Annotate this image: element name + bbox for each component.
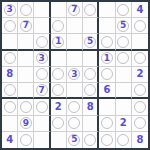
given-digit-odd: 7 [38,86,44,95]
odd-circle: 7 [20,20,32,32]
odd-circle [117,36,129,48]
given-digit-odd: 5 [120,21,126,30]
odd-circle: 7 [36,84,48,96]
given-digit-even: 4 [136,5,143,15]
odd-circle [101,36,113,48]
cell-r5c9[interactable]: 2 [132,67,148,83]
odd-circle: 1 [52,36,64,48]
odd-circle [84,134,96,146]
cell-r9c3[interactable] [34,132,50,148]
odd-circle [20,101,32,113]
odd-circle: 3 [4,4,16,16]
given-digit-even: 8 [136,135,143,145]
cell-r7c4[interactable]: 2 [51,99,67,115]
odd-circle [52,68,64,80]
odd-circle: 5 [84,36,96,48]
cell-r5c7[interactable] [99,67,115,83]
cell-r8c6[interactable] [83,116,99,132]
odd-circle [134,52,146,64]
given-digit-odd: 9 [23,119,29,128]
cell-r1c5[interactable]: 7 [67,2,83,18]
odd-circle [4,20,16,32]
cell-r7c9[interactable] [132,99,148,115]
cell-r2c5[interactable] [67,18,83,34]
cell-r3c8[interactable] [116,34,132,50]
cell-r1c4[interactable] [51,2,67,18]
cell-r4c6[interactable] [83,51,99,67]
odd-circle: 1 [101,52,113,64]
cell-r6c5[interactable] [67,83,83,99]
cell-r3c4[interactable]: 1 [51,34,67,50]
cell-r5c6[interactable] [83,67,99,83]
cell-r7c3[interactable] [34,99,50,115]
odd-circle [68,101,80,113]
given-digit-even: 8 [6,69,13,79]
cell-r5c5[interactable]: 3 [67,67,83,83]
cell-r7c6[interactable]: 8 [83,99,99,115]
cell-r4c1[interactable] [2,51,18,67]
odd-circle [68,117,80,129]
cell-r2c6[interactable] [83,18,99,34]
odd-circle [20,4,32,16]
cell-r2c3[interactable] [34,18,50,34]
cell-r8c7[interactable] [99,116,115,132]
cell-r9c6[interactable] [83,132,99,148]
odd-circle [84,84,96,96]
given-digit-odd: 7 [23,21,29,30]
cell-r9c8[interactable] [116,132,132,148]
cell-r4c8[interactable] [116,51,132,67]
cell-r5c2[interactable] [18,67,34,83]
cell-r7c7[interactable] [99,99,115,115]
cell-r6c7[interactable]: 6 [99,83,115,99]
cell-r6c1[interactable] [2,83,18,99]
cell-r9c7[interactable] [99,132,115,148]
cell-r4c9[interactable] [132,51,148,67]
cell-r7c1[interactable] [2,99,18,115]
odd-circle [52,84,64,96]
given-digit-odd: 5 [87,37,93,46]
cell-r3c7[interactable] [99,34,115,50]
given-digit-odd: 1 [55,37,61,46]
odd-circle [4,101,16,113]
given-digit-even: 8 [87,102,94,112]
cell-r2c8[interactable]: 5 [116,18,132,34]
cell-r7c5[interactable] [67,99,83,115]
cell-r2c1[interactable] [2,18,18,34]
cell-r8c5[interactable] [67,116,83,132]
odd-circle [134,84,146,96]
odd-circle: 5 [68,134,80,146]
cell-r3c9[interactable] [132,34,148,50]
cell-r9c1[interactable]: 4 [2,132,18,148]
cell-r4c2[interactable] [18,51,34,67]
odd-circle [117,52,129,64]
cell-r1c7[interactable] [99,2,115,18]
odd-circle [52,20,64,32]
cell-r8c8[interactable]: 2 [116,116,132,132]
odd-circle [84,4,96,16]
cell-r1c1[interactable]: 3 [2,2,18,18]
cell-r3c3[interactable] [34,34,50,50]
cell-r1c3[interactable] [34,2,50,18]
cell-r6c4[interactable] [51,83,67,99]
cell-r8c2[interactable]: 9 [18,116,34,132]
odd-circle: 3 [36,52,48,64]
odd-circle: 9 [20,117,32,129]
odd-circle: 3 [68,68,80,80]
cell-r5c4[interactable] [51,67,67,83]
cell-r5c3[interactable] [34,67,50,83]
odd-circle [117,134,129,146]
odd-circle [20,134,32,146]
given-digit-odd: 3 [38,54,44,63]
odd-circle: 7 [68,4,80,16]
given-digit-even: 2 [136,69,143,79]
cell-r4c5[interactable] [67,51,83,67]
cell-r6c9[interactable] [132,83,148,99]
sudoku-board: 374751531832762892458 [0,0,150,150]
cell-r6c2[interactable] [18,83,34,99]
cell-r8c3[interactable] [34,116,50,132]
given-digit-even: 2 [120,118,127,128]
cell-r2c4[interactable] [51,18,67,34]
cell-r3c5[interactable] [67,34,83,50]
cell-r9c9[interactable]: 8 [132,132,148,148]
cell-r4c4[interactable] [51,51,67,67]
given-digit-odd: 3 [6,5,12,14]
odd-circle [101,117,113,129]
odd-circle [117,4,129,16]
odd-circle [4,52,16,64]
cell-r6c3[interactable]: 7 [34,83,50,99]
cell-r2c9[interactable] [132,18,148,34]
odd-circle [101,68,113,80]
odd-circle [84,68,96,80]
cell-r1c9[interactable]: 4 [132,2,148,18]
cell-r3c1[interactable] [2,34,18,50]
given-digit-even: 2 [55,102,62,112]
given-digit-even: 6 [103,85,110,95]
cell-r5c1[interactable]: 8 [2,67,18,83]
given-digit-odd: 7 [71,5,77,14]
cell-r9c5[interactable]: 5 [67,132,83,148]
odd-circle [134,20,146,32]
odd-circle [101,134,113,146]
cell-r6c8[interactable] [116,83,132,99]
cell-r9c4[interactable] [51,132,67,148]
odd-circle [36,101,48,113]
cell-r5c8[interactable] [116,67,132,83]
cell-r1c2[interactable] [18,2,34,18]
cell-r9c2[interactable] [18,132,34,148]
cell-r2c7[interactable] [99,18,115,34]
odd-circle [36,68,48,80]
odd-circle [4,84,16,96]
cell-r1c6[interactable] [83,2,99,18]
odd-circle [134,117,146,129]
cell-r4c7[interactable]: 1 [99,51,115,67]
cell-r3c2[interactable] [18,34,34,50]
cell-r6c6[interactable] [83,83,99,99]
cell-r8c1[interactable] [2,116,18,132]
given-digit-even: 4 [6,135,13,145]
cell-r4c3[interactable]: 3 [34,51,50,67]
odd-circle [36,36,48,48]
cell-r7c8[interactable] [116,99,132,115]
cell-r2c2[interactable]: 7 [18,18,34,34]
given-digit-odd: 5 [71,135,77,144]
given-digit-odd: 3 [71,70,77,79]
cell-r1c8[interactable] [116,2,132,18]
cell-r8c9[interactable] [132,116,148,132]
given-digit-odd: 1 [104,54,110,63]
odd-circle [52,117,64,129]
cell-r3c6[interactable]: 5 [83,34,99,50]
odd-circle: 5 [117,20,129,32]
cell-r8c4[interactable] [51,116,67,132]
cell-r7c2[interactable] [18,99,34,115]
odd-circle [134,101,146,113]
